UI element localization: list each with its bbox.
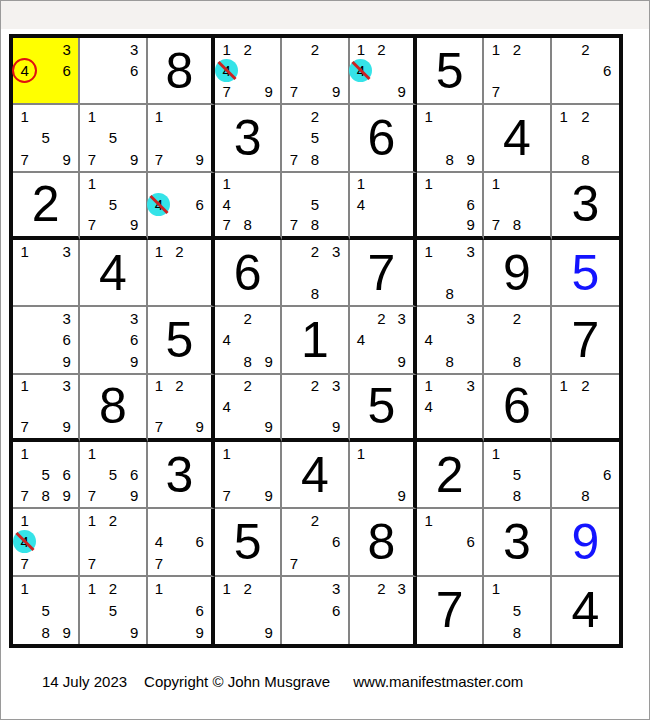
- candidate-7[interactable]: 7: [81, 149, 102, 170]
- candidate-2[interactable]: 2: [574, 39, 596, 60]
- candidate-9[interactable]: 9: [392, 351, 412, 372]
- candidate-7[interactable]: 7: [283, 553, 304, 574]
- solved-digit: 7: [552, 307, 619, 372]
- candidate-digit: 5: [109, 603, 117, 618]
- candidate-8[interactable]: 8: [35, 485, 56, 506]
- cell-r1c7[interactable]: 5: [417, 38, 484, 105]
- candidate-8[interactable]: 8: [506, 485, 527, 506]
- candidate-digit: 3: [467, 311, 475, 326]
- cell-r4c2[interactable]: 4: [80, 240, 147, 307]
- candidate-1[interactable]: 1: [418, 174, 439, 194]
- candidate-6[interactable]: 6: [190, 599, 210, 621]
- cell-r9c5[interactable]: 36: [282, 577, 349, 644]
- candidate-2[interactable]: 2: [237, 376, 258, 396]
- candidate-7[interactable]: 7: [81, 485, 102, 506]
- candidate-7[interactable]: 7: [216, 81, 237, 102]
- cell-r4c4[interactable]: 6: [215, 240, 282, 307]
- candidate-6[interactable]: 6: [124, 60, 145, 81]
- candidate-1[interactable]: 1: [14, 241, 35, 262]
- candidate-2[interactable]: 2: [574, 106, 596, 127]
- candidate-2[interactable]: 2: [304, 376, 325, 396]
- cell-r6c9[interactable]: 12: [552, 375, 619, 442]
- candidate-7[interactable]: 7: [149, 149, 169, 170]
- candidate-digit: 5: [41, 603, 49, 618]
- candidate-5[interactable]: 5: [506, 464, 527, 485]
- candidate-1[interactable]: 1: [149, 241, 169, 262]
- cell-r4c6[interactable]: 7: [350, 240, 417, 307]
- candidate-3[interactable]: 3: [124, 39, 145, 60]
- candidate-3[interactable]: 3: [460, 308, 481, 329]
- candidate-digit: 8: [445, 286, 453, 301]
- cell-r1c8[interactable]: 127: [484, 38, 551, 105]
- candidate-6[interactable]: 6: [190, 194, 210, 214]
- candidate-1[interactable]: 1: [485, 443, 506, 464]
- candidate-digit: 9: [196, 152, 204, 167]
- candidate-digit: 1: [492, 446, 500, 461]
- cell-r8c9[interactable]: 9: [552, 509, 619, 576]
- candidate-5[interactable]: 5: [102, 194, 123, 214]
- cell-r7c4[interactable]: 179: [215, 442, 282, 509]
- cell-r4c5[interactable]: 238: [282, 240, 349, 307]
- candidate-grid: 36: [283, 578, 346, 643]
- cell-r3c2[interactable]: 1579: [80, 173, 147, 240]
- candidate-1[interactable]: 1: [418, 241, 439, 262]
- candidate-8[interactable]: 8: [304, 283, 325, 304]
- candidate-5[interactable]: 5: [35, 127, 56, 148]
- cell-r6c3[interactable]: 1279: [148, 375, 215, 442]
- candidate-1[interactable]: 1: [14, 578, 35, 600]
- candidate-2[interactable]: 2: [506, 308, 527, 329]
- cell-r8c6[interactable]: 8: [350, 509, 417, 576]
- candidate-1[interactable]: 1: [418, 510, 439, 531]
- candidate-8[interactable]: 8: [574, 485, 596, 506]
- cell-r3c9[interactable]: 3: [552, 173, 619, 240]
- candidate-2[interactable]: 2: [169, 241, 189, 262]
- cell-r5c6[interactable]: 2349: [350, 307, 417, 374]
- candidate-5[interactable]: 5: [506, 599, 527, 621]
- candidate-digit: 4: [357, 332, 365, 347]
- cell-r9c9[interactable]: 4: [552, 577, 619, 644]
- cell-r7c3[interactable]: 3: [148, 442, 215, 509]
- candidate-digit: 1: [424, 109, 432, 124]
- candidate-7[interactable]: 7: [14, 417, 35, 437]
- cell-r5c8[interactable]: 28: [484, 307, 551, 374]
- candidate-1[interactable]: 1: [149, 578, 169, 600]
- candidate-2[interactable]: 2: [304, 510, 325, 531]
- candidate-digit: 3: [467, 378, 475, 393]
- cell-r9c8[interactable]: 158: [484, 577, 551, 644]
- candidate-9[interactable]: 9: [124, 485, 145, 506]
- candidate-9[interactable]: 9: [56, 351, 77, 372]
- candidate-5[interactable]: 5: [35, 599, 56, 621]
- candidate-7[interactable]: 7: [14, 485, 35, 506]
- candidate-7[interactable]: 7: [14, 149, 35, 170]
- cell-r3c3[interactable]: 46: [148, 173, 215, 240]
- candidate-6[interactable]: 6: [326, 531, 347, 552]
- candidate-1[interactable]: 1: [216, 39, 237, 60]
- cell-r8c1[interactable]: 147: [13, 509, 80, 576]
- candidate-6[interactable]: 6: [124, 464, 145, 485]
- candidate-7[interactable]: 7: [485, 215, 506, 235]
- candidate-digit: 9: [398, 354, 406, 369]
- candidate-grid: 23: [351, 578, 412, 643]
- cell-r3c4[interactable]: 1478: [215, 173, 282, 240]
- candidate-8[interactable]: 8: [506, 215, 527, 235]
- cell-r3c1[interactable]: 2: [13, 173, 80, 240]
- candidate-digit: 7: [222, 84, 230, 99]
- candidate-4[interactable]: 4: [418, 329, 439, 350]
- cell-r8c5[interactable]: 267: [282, 509, 349, 576]
- candidate-7[interactable]: 7: [81, 553, 102, 574]
- cell-r1c5[interactable]: 279: [282, 38, 349, 105]
- cell-r4c1[interactable]: 13: [13, 240, 80, 307]
- cell-r1c1[interactable]: 346: [13, 38, 80, 105]
- cell-r5c3[interactable]: 5: [148, 307, 215, 374]
- candidate-3[interactable]: 3: [326, 241, 347, 262]
- cell-r4c9[interactable]: 5: [552, 240, 619, 307]
- cell-r7c6[interactable]: 19: [350, 442, 417, 509]
- candidate-grid: 12479: [216, 39, 279, 102]
- cell-r5c5[interactable]: 1: [282, 307, 349, 374]
- candidate-9[interactable]: 9: [460, 215, 481, 235]
- candidate-1[interactable]: 1: [216, 174, 237, 194]
- cell-r8c2[interactable]: 127: [80, 509, 147, 576]
- candidate-digit: 1: [88, 513, 96, 528]
- candidate-7[interactable]: 7: [149, 417, 169, 437]
- cell-r1c4[interactable]: 12479: [215, 38, 282, 105]
- cell-r8c3[interactable]: 467: [148, 509, 215, 576]
- cell-r5c2[interactable]: 369: [80, 307, 147, 374]
- cell-r9c7[interactable]: 7: [417, 577, 484, 644]
- cell-r6c7[interactable]: 134: [417, 375, 484, 442]
- solved-digit: 2: [417, 442, 482, 507]
- candidate-grid: 138: [418, 241, 481, 304]
- candidate-1[interactable]: 1: [485, 174, 506, 194]
- candidate-2[interactable]: 2: [371, 39, 391, 60]
- candidate-2[interactable]: 2: [237, 39, 258, 60]
- candidate-3[interactable]: 3: [56, 39, 77, 60]
- candidate-digit: 1: [88, 581, 96, 596]
- candidate-4-circled[interactable]: 4: [14, 60, 35, 81]
- candidate-digit: 1: [222, 176, 230, 191]
- candidate-grid: 13: [14, 241, 77, 304]
- cell-r4c3[interactable]: 12: [148, 240, 215, 307]
- cell-r2c6[interactable]: 6: [350, 105, 417, 172]
- candidate-2[interactable]: 2: [371, 578, 391, 600]
- cell-r9c3[interactable]: 169: [148, 577, 215, 644]
- cell-r7c5[interactable]: 4: [282, 442, 349, 509]
- cell-r1c9[interactable]: 26: [552, 38, 619, 105]
- candidate-1[interactable]: 1: [14, 510, 35, 531]
- candidate-3[interactable]: 3: [460, 241, 481, 262]
- candidate-4[interactable]: 4: [216, 396, 237, 416]
- candidate-1[interactable]: 1: [485, 39, 506, 60]
- candidate-1[interactable]: 1: [14, 443, 35, 464]
- candidate-1[interactable]: 1: [418, 376, 439, 396]
- cell-r1c2[interactable]: 36: [80, 38, 147, 105]
- candidate-digit: 8: [513, 354, 521, 369]
- cell-r2c4[interactable]: 3: [215, 105, 282, 172]
- cell-r6c8[interactable]: 6: [484, 375, 551, 442]
- cell-r6c6[interactable]: 5: [350, 375, 417, 442]
- candidate-7[interactable]: 7: [216, 215, 237, 235]
- candidate-1[interactable]: 1: [418, 106, 439, 127]
- candidate-6[interactable]: 6: [460, 531, 481, 552]
- candidate-2[interactable]: 2: [371, 308, 391, 329]
- candidate-grid: 1579: [14, 106, 77, 169]
- cell-r3c6[interactable]: 14: [350, 173, 417, 240]
- candidate-8[interactable]: 8: [237, 215, 258, 235]
- candidate-8[interactable]: 8: [506, 351, 527, 372]
- candidate-6[interactable]: 6: [326, 599, 347, 621]
- candidate-1[interactable]: 1: [81, 174, 102, 194]
- candidate-9[interactable]: 9: [258, 621, 279, 643]
- cell-r5c4[interactable]: 2489: [215, 307, 282, 374]
- candidate-digit: 8: [311, 286, 319, 301]
- candidate-digit: 2: [311, 109, 319, 124]
- candidate-8[interactable]: 8: [304, 215, 325, 235]
- candidate-3[interactable]: 3: [392, 308, 412, 329]
- candidate-9[interactable]: 9: [258, 351, 279, 372]
- candidate-8[interactable]: 8: [574, 149, 596, 170]
- candidate-7[interactable]: 7: [283, 149, 304, 170]
- candidate-9[interactable]: 9: [56, 485, 77, 506]
- candidate-1[interactable]: 1: [485, 578, 506, 600]
- entered-digit: 5: [552, 240, 619, 305]
- candidate-8[interactable]: 8: [35, 621, 56, 643]
- candidate-6[interactable]: 6: [56, 329, 77, 350]
- candidate-9[interactable]: 9: [56, 621, 77, 643]
- candidate-6[interactable]: 6: [56, 464, 77, 485]
- candidate-7[interactable]: 7: [81, 215, 102, 235]
- candidate-4[interactable]: 4: [216, 194, 237, 214]
- candidate-6[interactable]: 6: [56, 60, 77, 81]
- candidate-9[interactable]: 9: [460, 149, 481, 170]
- candidate-5[interactable]: 5: [102, 127, 123, 148]
- candidate-1[interactable]: 1: [351, 174, 371, 194]
- candidate-5[interactable]: 5: [102, 464, 123, 485]
- candidate-7[interactable]: 7: [14, 553, 35, 574]
- candidate-digit: 5: [109, 197, 117, 212]
- candidate-1[interactable]: 1: [553, 106, 575, 127]
- cell-r2c8[interactable]: 4: [484, 105, 551, 172]
- cell-r5c1[interactable]: 369: [13, 307, 80, 374]
- candidate-2[interactable]: 2: [102, 510, 123, 531]
- candidate-1[interactable]: 1: [351, 443, 371, 464]
- cell-r2c2[interactable]: 1579: [80, 105, 147, 172]
- cell-r9c1[interactable]: 1589: [13, 577, 80, 644]
- cell-r4c8[interactable]: 9: [484, 240, 551, 307]
- candidate-1[interactable]: 1: [81, 443, 102, 464]
- cell-r7c1[interactable]: 156789: [13, 442, 80, 509]
- candidate-8[interactable]: 8: [304, 149, 325, 170]
- candidate-digit: 7: [20, 419, 28, 434]
- cell-r1c3[interactable]: 8: [148, 38, 215, 105]
- cell-r8c8[interactable]: 3: [484, 509, 551, 576]
- candidate-2[interactable]: 2: [304, 241, 325, 262]
- candidate-digit: 1: [20, 513, 28, 528]
- candidate-4[interactable]: 4: [149, 531, 169, 552]
- cell-r8c7[interactable]: 16: [417, 509, 484, 576]
- candidate-8[interactable]: 8: [439, 283, 460, 304]
- cell-r6c2[interactable]: 8: [80, 375, 147, 442]
- footer-website[interactable]: www.manifestmaster.com: [353, 673, 523, 690]
- candidate-grid: 15679: [81, 443, 144, 506]
- candidate-digit: 8: [243, 217, 251, 232]
- candidate-digit: 8: [311, 217, 319, 232]
- candidate-grid: 1279: [149, 376, 210, 437]
- candidate-digit: 9: [130, 354, 138, 369]
- cell-r3c5[interactable]: 578: [282, 173, 349, 240]
- candidate-3[interactable]: 3: [56, 308, 77, 329]
- cell-r8c4[interactable]: 5: [215, 509, 282, 576]
- candidate-9[interactable]: 9: [56, 149, 77, 170]
- candidate-2[interactable]: 2: [506, 39, 527, 60]
- candidate-9[interactable]: 9: [124, 621, 145, 643]
- candidate-3[interactable]: 3: [56, 376, 77, 396]
- candidate-digit: 9: [265, 419, 273, 434]
- cell-r5c9[interactable]: 7: [552, 307, 619, 374]
- candidate-9[interactable]: 9: [392, 81, 412, 102]
- candidate-5[interactable]: 5: [35, 464, 56, 485]
- candidate-1[interactable]: 1: [351, 39, 371, 60]
- cell-r7c7[interactable]: 2: [417, 442, 484, 509]
- cell-r2c1[interactable]: 1579: [13, 105, 80, 172]
- candidate-digit: 9: [130, 217, 138, 232]
- candidate-3[interactable]: 3: [124, 308, 145, 329]
- cell-r3c8[interactable]: 178: [484, 173, 551, 240]
- candidate-2[interactable]: 2: [304, 106, 325, 127]
- candidate-4[interactable]: 4: [351, 194, 371, 214]
- candidate-8[interactable]: 8: [439, 149, 460, 170]
- candidate-digit: 6: [332, 534, 340, 549]
- candidate-3[interactable]: 3: [326, 578, 347, 600]
- candidate-9[interactable]: 9: [258, 81, 279, 102]
- solved-digit: 5: [215, 509, 280, 574]
- cell-r7c2[interactable]: 15679: [80, 442, 147, 509]
- candidate-7[interactable]: 7: [216, 485, 237, 506]
- candidate-3[interactable]: 3: [460, 376, 481, 396]
- cell-r2c7[interactable]: 189: [417, 105, 484, 172]
- candidate-1[interactable]: 1: [149, 106, 169, 127]
- cell-r6c5[interactable]: 239: [282, 375, 349, 442]
- candidate-8[interactable]: 8: [506, 621, 527, 643]
- candidate-digit: 1: [424, 244, 432, 259]
- candidate-8[interactable]: 8: [439, 351, 460, 372]
- candidate-4[interactable]: 4: [351, 329, 371, 350]
- candidate-4-eliminated[interactable]: 4: [216, 60, 237, 81]
- candidate-4[interactable]: 4: [418, 396, 439, 416]
- candidate-1[interactable]: 1: [14, 376, 35, 396]
- candidate-2[interactable]: 2: [169, 376, 189, 396]
- candidate-4-eliminated[interactable]: 4: [351, 60, 371, 81]
- candidate-1[interactable]: 1: [81, 510, 102, 531]
- candidate-6[interactable]: 6: [596, 464, 618, 485]
- candidate-9[interactable]: 9: [190, 149, 210, 170]
- candidate-2[interactable]: 2: [574, 376, 596, 396]
- candidate-1[interactable]: 1: [81, 106, 102, 127]
- cell-r6c1[interactable]: 1379: [13, 375, 80, 442]
- candidate-6[interactable]: 6: [596, 60, 618, 81]
- candidate-9[interactable]: 9: [392, 485, 412, 506]
- candidate-3[interactable]: 3: [326, 376, 347, 396]
- candidate-4-eliminated[interactable]: 4: [14, 531, 35, 552]
- cell-r9c6[interactable]: 23: [350, 577, 417, 644]
- candidate-2[interactable]: 2: [237, 308, 258, 329]
- candidate-9[interactable]: 9: [56, 417, 77, 437]
- cell-r7c8[interactable]: 158: [484, 442, 551, 509]
- candidate-9[interactable]: 9: [190, 417, 210, 437]
- candidate-8[interactable]: 8: [237, 351, 258, 372]
- candidate-4[interactable]: 4: [216, 329, 237, 350]
- candidate-1[interactable]: 1: [216, 578, 237, 600]
- candidate-digit: 6: [130, 332, 138, 347]
- candidate-grid: 2489: [216, 308, 279, 371]
- candidate-9[interactable]: 9: [124, 351, 145, 372]
- candidate-digit: 6: [196, 197, 204, 212]
- cell-r7c9[interactable]: 68: [552, 442, 619, 509]
- cell-r2c9[interactable]: 128: [552, 105, 619, 172]
- cell-r2c5[interactable]: 2578: [282, 105, 349, 172]
- candidate-6[interactable]: 6: [460, 194, 481, 214]
- candidate-digit: 7: [290, 152, 298, 167]
- candidate-5[interactable]: 5: [304, 194, 325, 214]
- cell-r9c2[interactable]: 1259: [80, 577, 147, 644]
- candidate-3[interactable]: 3: [56, 241, 77, 262]
- candidate-digit: 1: [88, 109, 96, 124]
- candidate-7[interactable]: 7: [149, 553, 169, 574]
- candidate-2[interactable]: 2: [304, 39, 325, 60]
- candidate-digit: 4: [155, 534, 163, 549]
- candidate-1[interactable]: 1: [553, 376, 575, 396]
- cell-r4c7[interactable]: 138: [417, 240, 484, 307]
- candidate-digit: 9: [398, 488, 406, 503]
- candidate-3[interactable]: 3: [392, 578, 412, 600]
- solved-digit: 3: [484, 509, 549, 574]
- candidate-2[interactable]: 2: [102, 578, 123, 600]
- candidate-9[interactable]: 9: [190, 621, 210, 643]
- candidate-7[interactable]: 7: [485, 81, 506, 102]
- cell-r1c6[interactable]: 1249: [350, 38, 417, 105]
- candidate-6[interactable]: 6: [124, 329, 145, 350]
- cell-r5c7[interactable]: 348: [417, 307, 484, 374]
- candidate-7[interactable]: 7: [283, 215, 304, 235]
- candidate-5[interactable]: 5: [304, 127, 325, 148]
- candidate-5[interactable]: 5: [102, 599, 123, 621]
- cell-r9c4[interactable]: 129: [215, 577, 282, 644]
- candidate-9[interactable]: 9: [258, 417, 279, 437]
- candidate-7[interactable]: 7: [283, 81, 304, 102]
- candidate-grid: 189: [418, 106, 481, 169]
- cell-r3c7[interactable]: 169: [417, 173, 484, 240]
- candidate-6[interactable]: 6: [190, 531, 210, 552]
- candidate-9[interactable]: 9: [326, 81, 347, 102]
- cell-r6c4[interactable]: 249: [215, 375, 282, 442]
- candidate-9[interactable]: 9: [326, 417, 347, 437]
- candidate-1[interactable]: 1: [81, 578, 102, 600]
- cell-r2c3[interactable]: 179: [148, 105, 215, 172]
- candidate-1[interactable]: 1: [149, 376, 169, 396]
- candidate-9[interactable]: 9: [258, 485, 279, 506]
- candidate-9[interactable]: 9: [124, 215, 145, 235]
- candidate-9[interactable]: 9: [124, 149, 145, 170]
- candidate-digit: 1: [492, 581, 500, 596]
- candidate-digit: 7: [20, 556, 28, 571]
- candidate-1[interactable]: 1: [216, 443, 237, 464]
- candidate-2[interactable]: 2: [237, 578, 258, 600]
- candidate-1[interactable]: 1: [14, 106, 35, 127]
- candidate-4-eliminated[interactable]: 4: [149, 194, 169, 214]
